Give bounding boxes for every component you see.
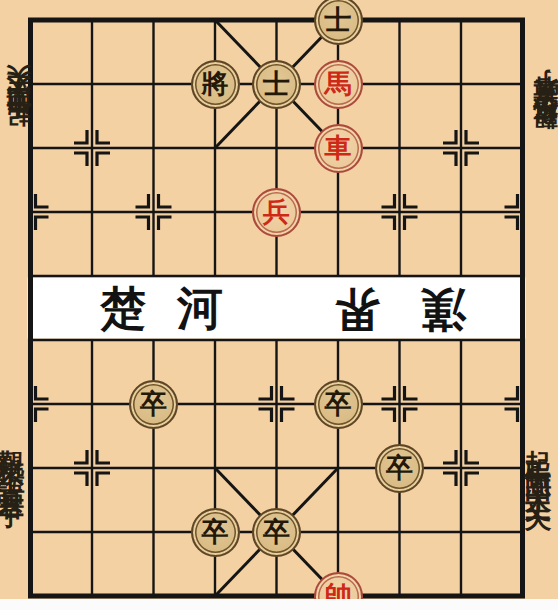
piece-black-advisor[interactable]: 士 — [252, 60, 301, 109]
piece-red-soldier[interactable]: 兵 — [252, 188, 301, 237]
piece-black-soldier[interactable]: 卒 — [375, 444, 424, 493]
piece-black-soldier[interactable]: 卒 — [191, 508, 240, 557]
piece-black-soldier[interactable]: 卒 — [314, 380, 363, 429]
piece-red-horse[interactable]: 馬 — [314, 60, 363, 109]
xiangqi-board: 士將士馬車兵卒卒卒卒卒帥 — [0, 0, 553, 599]
piece-black-general[interactable]: 將 — [191, 60, 240, 109]
piece-black-advisor[interactable]: 士 — [314, 0, 363, 45]
piece-red-general[interactable]: 帥 — [314, 572, 363, 600]
piece-black-soldier[interactable]: 卒 — [252, 508, 301, 557]
xiangqi-diagram: 起手無回大丈夫 觀棋不語真君子 觀棋不語真君子 起手無回大丈夫 楚河 漢界 士將… — [0, 0, 558, 599]
piece-red-chariot[interactable]: 車 — [314, 124, 363, 173]
piece-black-soldier[interactable]: 卒 — [129, 380, 178, 429]
